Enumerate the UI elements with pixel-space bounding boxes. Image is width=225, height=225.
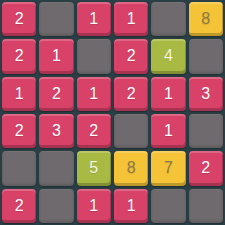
empty-cell-r5c5 (189, 189, 223, 223)
tile-1-r0c3[interactable]: 1 (114, 2, 148, 36)
empty-cell-r1c5 (189, 39, 223, 73)
tile-2-r0c0[interactable]: 2 (2, 2, 36, 36)
tile-5-r4c2[interactable]: 5 (77, 151, 111, 185)
tile-4-r1c4[interactable]: 4 (151, 39, 185, 73)
tile-3-r2c5[interactable]: 3 (189, 77, 223, 111)
tile-8-r0c5[interactable]: 8 (189, 2, 223, 36)
tile-2-r2c1[interactable]: 2 (39, 77, 73, 111)
tile-1-r2c0[interactable]: 1 (2, 77, 36, 111)
tile-1-r3c4[interactable]: 1 (151, 114, 185, 148)
board-grid: 2118212412121323215872211 (0, 0, 225, 225)
tile-1-r5c2[interactable]: 1 (77, 189, 111, 223)
tile-1-r0c2[interactable]: 1 (77, 2, 111, 36)
empty-cell-r3c3 (114, 114, 148, 148)
empty-cell-r1c2 (77, 39, 111, 73)
empty-cell-r0c4 (151, 2, 185, 36)
tile-1-r2c2[interactable]: 1 (77, 77, 111, 111)
empty-cell-r5c1 (39, 189, 73, 223)
tile-8-r4c3[interactable]: 8 (114, 151, 148, 185)
empty-cell-r4c0 (2, 151, 36, 185)
tile-2-r1c0[interactable]: 2 (2, 39, 36, 73)
tile-2-r3c2[interactable]: 2 (77, 114, 111, 148)
empty-cell-r5c4 (151, 189, 185, 223)
tile-2-r2c3[interactable]: 2 (114, 77, 148, 111)
tile-1-r1c1[interactable]: 1 (39, 39, 73, 73)
tile-2-r5c0[interactable]: 2 (2, 189, 36, 223)
tile-7-r4c4[interactable]: 7 (151, 151, 185, 185)
tile-1-r5c3[interactable]: 1 (114, 189, 148, 223)
tile-1-r2c4[interactable]: 1 (151, 77, 185, 111)
tile-2-r4c5[interactable]: 2 (189, 151, 223, 185)
empty-cell-r3c5 (189, 114, 223, 148)
empty-cell-r4c1 (39, 151, 73, 185)
tile-2-r3c0[interactable]: 2 (2, 114, 36, 148)
empty-cell-r0c1 (39, 2, 73, 36)
tile-3-r3c1[interactable]: 3 (39, 114, 73, 148)
tile-2-r1c3[interactable]: 2 (114, 39, 148, 73)
